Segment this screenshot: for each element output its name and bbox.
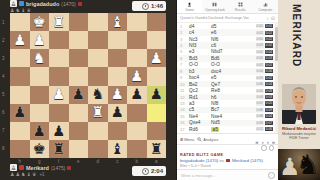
black-move-time: 0:03 <box>265 56 273 60</box>
square-a2[interactable] <box>147 31 167 49</box>
black-move[interactable]: O-O <box>211 62 233 67</box>
square-d5[interactable]: ♞ <box>88 86 108 104</box>
white-move-time: 0:04 <box>256 95 264 99</box>
brand-sidebar: MERIKARD — Šah — Rikard Medančić Međunar… <box>278 0 320 180</box>
square-f1[interactable]: ♜ <box>49 13 69 31</box>
square-f8[interactable]: ♜ <box>49 140 69 158</box>
white-move[interactable]: Be2 <box>189 82 211 87</box>
menu-button[interactable]: ≡ Menu <box>180 136 194 142</box>
white-move[interactable]: Nf3 <box>189 43 211 48</box>
white-move-time: 0:07 <box>256 101 264 105</box>
black-piece-f8[interactable]: ♜ <box>52 142 65 157</box>
square-b2[interactable] <box>127 31 147 49</box>
brand-name: MERIKARD <box>284 4 302 68</box>
tab-opening-book[interactable]: Opening book <box>202 0 227 13</box>
rank-label: 5 <box>2 86 9 104</box>
square-c5[interactable]: ♟ <box>108 86 128 104</box>
white-move-time: 0:01 <box>256 24 264 28</box>
flair-icon <box>226 159 230 163</box>
black-move[interactable]: Nf6 <box>211 37 233 42</box>
prev-move-button[interactable]: ‹ <box>262 139 264 145</box>
square-c2[interactable] <box>108 31 128 49</box>
white-move[interactable]: Qxe4 <box>189 120 211 125</box>
black-move[interactable]: e5 <box>211 75 233 80</box>
white-piece-c5[interactable]: ♟ <box>111 87 124 102</box>
square-h4[interactable] <box>10 67 30 85</box>
move-number: 15 <box>180 114 189 119</box>
move-number: 6 <box>180 56 189 61</box>
move-number: 17 <box>180 127 189 132</box>
black-move[interactable]: d5 <box>211 24 233 29</box>
square-f6[interactable] <box>49 104 69 122</box>
book-icon <box>212 2 217 7</box>
square-h1[interactable] <box>10 13 30 31</box>
square-e5[interactable]: ♟ <box>69 86 89 104</box>
black-piece-g7[interactable]: ♟ <box>33 124 46 139</box>
square-d6[interactable]: ♜ <box>88 104 108 122</box>
black-piece-a8[interactable]: ♜ <box>150 142 163 157</box>
square-g4[interactable] <box>30 67 50 85</box>
rank-label: 6 <box>2 104 9 122</box>
black-piece-d5[interactable]: ♞ <box>91 87 104 102</box>
presenter-role2: FIDE Trener <box>278 136 320 140</box>
square-c3[interactable] <box>108 49 128 67</box>
square-g2[interactable]: ♟ <box>30 31 50 49</box>
grid-icon <box>238 2 243 7</box>
white-move-time: 0:02 <box>256 50 264 54</box>
move-number: 3 <box>180 37 189 42</box>
material-advantage: +1 <box>39 172 44 177</box>
game-details: Blitz • 3+0 • Rated <box>180 164 275 168</box>
square-a1[interactable] <box>147 13 167 31</box>
knight-silhouette-icon: ♞ <box>296 151 320 178</box>
white-move-time: 0:03 <box>256 76 264 80</box>
black-move[interactable]: dxc4 <box>211 69 233 74</box>
rank-label: 7 <box>2 122 9 140</box>
square-d2[interactable] <box>88 31 108 49</box>
black-move-time: 0:01 <box>265 24 273 28</box>
square-g8[interactable]: ♚ <box>30 140 50 158</box>
black-piece-h6[interactable]: ♟ <box>13 105 26 120</box>
white-move-time: 0:12 <box>256 127 264 131</box>
settings-icon[interactable]: ⊙ <box>271 15 275 21</box>
presenter-caption: Rikard Medančić Međunarodni majstor FIDE… <box>278 126 320 140</box>
move-row: 17Rd6a50:120:06 <box>177 126 278 132</box>
chart-icon <box>263 2 268 7</box>
stream-overlay: ♙ brigadadudo (1470) ♟♞♝♛ 1:46 12345678 … <box>0 0 320 180</box>
black-move-time: 0:06 <box>265 69 273 73</box>
chat-input[interactable]: Write a message... <box>181 173 268 178</box>
square-e7[interactable] <box>69 122 89 140</box>
square-a3[interactable]: ♟ <box>147 49 167 67</box>
tab-label: Opening book <box>205 8 225 12</box>
square-a6[interactable] <box>147 104 167 122</box>
white-move-time: 0:09 <box>256 121 264 125</box>
black-piece-e5[interactable]: ♟ <box>72 87 85 102</box>
black-move-time: 0:05 <box>265 101 273 105</box>
black-move[interactable]: Bc7 <box>211 107 233 112</box>
white-piece-d6[interactable]: ♜ <box>91 105 104 120</box>
white-move[interactable]: Qc2 <box>189 88 211 93</box>
white-move-time: 0:03 <box>256 43 264 47</box>
square-e8[interactable] <box>69 140 89 158</box>
rank-label: 2 <box>2 31 9 49</box>
tab-computer[interactable]: Computer <box>253 0 278 13</box>
square-b7[interactable] <box>127 122 147 140</box>
white-move-time: 0:06 <box>256 108 264 112</box>
black-move[interactable]: Nf8 <box>211 101 233 106</box>
square-c4[interactable] <box>108 67 128 85</box>
player-top-name[interactable]: brigadadudo <box>26 1 59 7</box>
rank-label: 8 <box>2 140 9 158</box>
flair-badge-icon <box>19 165 24 170</box>
player-top-rating: (1470) <box>61 1 75 7</box>
square-c8[interactable]: ♝ <box>108 140 128 158</box>
white-piece-a3[interactable]: ♟ <box>150 51 163 66</box>
move-number: 13 <box>180 101 189 106</box>
black-player-link[interactable]: Merikard (1475) <box>232 158 263 163</box>
square-c7[interactable] <box>108 122 128 140</box>
square-h2[interactable]: ♟ <box>10 31 30 49</box>
black-move[interactable]: Nxe4 <box>211 114 233 119</box>
rank-label: 4 <box>2 67 9 85</box>
square-e3[interactable] <box>69 49 89 67</box>
analysis-button[interactable]: Analysis <box>197 137 218 142</box>
next-move-button[interactable]: › <box>267 139 269 145</box>
white-move-time: 0:04 <box>256 69 264 73</box>
player-bottom-name[interactable]: Merikard <box>26 165 49 171</box>
square-f2[interactable] <box>49 31 69 49</box>
move-number: 1 <box>180 24 189 29</box>
black-move-time: 0:04 <box>265 82 273 86</box>
white-move-time: 0:08 <box>256 114 264 118</box>
white-move[interactable]: b3 <box>189 69 211 74</box>
game-info-heading: Rated Blitz game <box>180 153 275 157</box>
clock-top: 1:46 <box>132 1 166 11</box>
square-h3[interactable] <box>10 49 30 67</box>
rank-label: 3 <box>2 49 9 67</box>
square-g1[interactable]: ♚ <box>30 13 50 31</box>
player-bar-top: ♙ brigadadudo (1470) ♟♞♝♛ 1:46 <box>10 0 166 13</box>
flair-icon <box>67 166 71 170</box>
clock-icon <box>142 168 149 175</box>
black-move[interactable]: Bd6 <box>211 56 233 61</box>
black-move[interactable]: Nbd7 <box>211 49 233 54</box>
game-area: ♙ brigadadudo (1470) ♟♞♝♛ 1:46 12345678 … <box>0 0 176 180</box>
square-b6[interactable] <box>127 104 147 122</box>
square-g5[interactable] <box>30 86 50 104</box>
rank-label: 1 <box>2 13 9 31</box>
tab-game[interactable]: Game <box>177 0 202 13</box>
square-b5[interactable]: ♟ <box>127 86 147 104</box>
black-move-time: 0:03 <box>265 95 273 99</box>
move-number: 12 <box>180 95 189 100</box>
white-move[interactable]: Rd1 <box>189 95 211 100</box>
move-number: 14 <box>180 107 189 112</box>
clock-icon <box>142 3 149 10</box>
white-move-time: 0:05 <box>256 56 264 60</box>
move-number: 8 <box>180 69 189 74</box>
square-f3[interactable] <box>49 49 69 67</box>
move-number: 10 <box>180 82 189 87</box>
square-c1[interactable]: ♝ <box>108 13 128 31</box>
white-player-link[interactable]: brigadadudo (1470) <box>180 158 218 163</box>
black-move-time: 0:04 <box>265 114 273 118</box>
white-move[interactable]: bxc4 <box>189 75 211 80</box>
white-piece-f1[interactable]: ♜ <box>52 15 65 30</box>
white-move-time: 0:02 <box>256 63 264 67</box>
black-piece-b5[interactable]: ♟ <box>130 87 143 102</box>
first-move-button[interactable]: « <box>255 139 258 145</box>
square-f7[interactable]: ♟ <box>49 122 69 140</box>
player-bottom-rating: (1475) <box>51 165 65 171</box>
square-h5[interactable] <box>10 86 30 104</box>
move-number: 11 <box>180 88 189 93</box>
black-move[interactable]: Nd5 <box>211 120 233 125</box>
square-b3[interactable] <box>127 49 147 67</box>
move-controls: ≡ Menu Analysis «‹›» <box>177 133 278 145</box>
presenter-role: Međunarodni majstor <box>278 132 320 136</box>
player-bar-bottom: ♙ Merikard (1475) ♟♟♞♝♛ +1 2:04 <box>10 164 166 180</box>
white-move-time: 0:05 <box>256 89 264 93</box>
panel-tabs: GameOpening bookResultsComputer <box>177 0 278 14</box>
opening-name: Queen's Gambit Declined: Exchange Var. <box>180 16 264 20</box>
clock-bottom-time: 2:04 <box>151 168 163 174</box>
white-move[interactable]: O-O <box>189 62 211 67</box>
black-piece-g8[interactable]: ♚ <box>33 142 46 157</box>
black-move-time: 0:07 <box>265 121 273 125</box>
black-move-time: 0:01 <box>265 31 273 35</box>
white-move[interactable]: Rd6 <box>189 127 211 132</box>
player-avatar-icon: ♙ <box>10 164 17 171</box>
opening-row: Queen's Gambit Declined: Exchange Var. ↓… <box>177 14 278 23</box>
pieces-photo: ♟ ♞ <box>278 149 320 180</box>
black-move-time: 0:06 <box>265 127 273 131</box>
last-move-button[interactable]: » <box>272 139 275 145</box>
square-c6[interactable]: ♟ <box>108 104 128 122</box>
captured-tray-bottom: ♟♟♞♝♛ <box>10 171 37 177</box>
black-piece-a5[interactable]: ♟ <box>150 87 163 102</box>
pawn-icon <box>187 2 192 7</box>
square-b1[interactable] <box>127 13 147 31</box>
square-e4[interactable] <box>69 67 89 85</box>
game-info: Rated Blitz game brigadadudo (1470) vs M… <box>177 151 278 169</box>
hamburger-icon: ≡ <box>180 136 183 142</box>
magnifier-icon <box>197 137 202 142</box>
vs-label: vs <box>220 158 224 163</box>
download-icon[interactable]: ↓ <box>266 15 269 21</box>
white-move-time: 0:01 <box>256 37 264 41</box>
black-move[interactable]: a5 <box>211 127 233 132</box>
white-piece-h2[interactable]: ♟ <box>13 33 26 48</box>
black-move-time: 0:09 <box>265 108 273 112</box>
black-move-time: 0:02 <box>265 43 273 47</box>
black-move-time: 0:08 <box>265 89 273 93</box>
white-move[interactable]: Bd3 <box>189 56 211 61</box>
tab-label: Results <box>235 8 246 12</box>
square-f4[interactable] <box>49 67 69 85</box>
black-move[interactable]: h6 <box>211 95 233 100</box>
square-a8[interactable]: ♜ <box>147 140 167 158</box>
square-h7[interactable] <box>10 122 30 140</box>
white-move[interactable]: Ne4 <box>189 114 211 119</box>
square-d8[interactable] <box>88 140 108 158</box>
black-move[interactable]: e6 <box>211 30 233 35</box>
move-list[interactable]: 1d4d50:010:012c4e60:020:013Nc3Nf60:010:0… <box>177 23 278 133</box>
white-piece-g3[interactable]: ♞ <box>33 51 46 66</box>
black-move-time: 0:04 <box>265 50 273 54</box>
white-piece-b4[interactable]: ♟ <box>130 69 143 84</box>
white-piece-f5[interactable]: ♟ <box>52 87 65 102</box>
square-a7[interactable] <box>147 122 167 140</box>
brand-block: MERIKARD — Šah — <box>284 4 302 90</box>
square-e6[interactable] <box>69 104 89 122</box>
move-number: 5 <box>180 49 189 54</box>
send-icon[interactable]: › <box>268 172 275 179</box>
player-avatar-icon: ♙ <box>10 0 17 7</box>
square-h8[interactable] <box>10 140 30 158</box>
square-d1[interactable] <box>88 13 108 31</box>
move-number: 16 <box>180 120 189 125</box>
black-move[interactable]: c6 <box>211 43 233 48</box>
square-e1[interactable] <box>69 13 89 31</box>
chat-bar: Write a message... › <box>177 169 279 180</box>
black-piece-c6[interactable]: ♟ <box>111 105 124 120</box>
square-h6[interactable]: ♟ <box>10 104 30 122</box>
tab-results[interactable]: Results <box>228 0 253 13</box>
square-a5[interactable]: ♟ <box>147 86 167 104</box>
moves-panel: GameOpening bookResultsComputer Queen's … <box>176 0 278 180</box>
clock-top-time: 1:46 <box>151 3 163 9</box>
square-f5[interactable]: ♟ <box>49 86 69 104</box>
square-d7[interactable] <box>88 122 108 140</box>
title-badge-icon <box>19 1 24 6</box>
black-move[interactable]: Re8 <box>211 88 233 93</box>
rank-labels: 12345678 <box>2 13 9 158</box>
black-move-time: 0:02 <box>265 76 273 80</box>
white-piece-g1[interactable]: ♚ <box>33 15 46 30</box>
white-move[interactable]: c4 <box>189 30 211 35</box>
square-d3[interactable] <box>88 49 108 67</box>
white-piece-c1[interactable]: ♝ <box>111 15 124 30</box>
black-piece-c8[interactable]: ♝ <box>111 142 124 157</box>
move-number: 7 <box>180 62 189 67</box>
clock-bottom: 2:04 <box>132 166 166 176</box>
flair-icon <box>78 2 82 6</box>
black-move[interactable]: Qe7 <box>211 82 233 87</box>
white-move-time: 0:06 <box>256 82 264 86</box>
black-move-time: 0:02 <box>265 37 273 41</box>
white-move[interactable]: Nc3 <box>189 37 211 42</box>
presenter-photo <box>282 84 316 124</box>
move-number: 4 <box>180 43 189 48</box>
move-number: 2 <box>180 30 189 35</box>
square-e2[interactable] <box>69 31 89 49</box>
expand-icon[interactable] <box>269 145 275 151</box>
white-move[interactable]: c5 <box>189 107 211 112</box>
square-b4[interactable]: ♟ <box>127 67 147 85</box>
info-icon[interactable] <box>261 145 267 151</box>
white-move[interactable]: e3 <box>189 49 211 54</box>
white-piece-g2[interactable]: ♟ <box>33 33 46 48</box>
square-g6[interactable] <box>30 104 50 122</box>
white-move[interactable]: a3 <box>189 101 211 106</box>
square-a4[interactable] <box>147 67 167 85</box>
black-piece-f7[interactable]: ♟ <box>52 124 65 139</box>
square-g3[interactable]: ♞ <box>30 49 50 67</box>
white-move-time: 0:02 <box>256 31 264 35</box>
presenter-name: Rikard Medančić <box>278 126 320 131</box>
tab-label: Computer <box>258 8 272 12</box>
black-move-time: 0:01 <box>265 63 273 67</box>
white-move[interactable]: d4 <box>189 24 211 29</box>
square-g7[interactable]: ♟ <box>30 122 50 140</box>
square-b8[interactable] <box>127 140 147 158</box>
move-number: 9 <box>180 75 189 80</box>
chess-board[interactable]: ♚♜♝♟♟♞♟♟♟♟♞♟♟♟♟♜♟♟♟♚♜♝♜ <box>10 13 166 158</box>
tab-label: Game <box>185 8 194 12</box>
square-d4[interactable] <box>88 67 108 85</box>
